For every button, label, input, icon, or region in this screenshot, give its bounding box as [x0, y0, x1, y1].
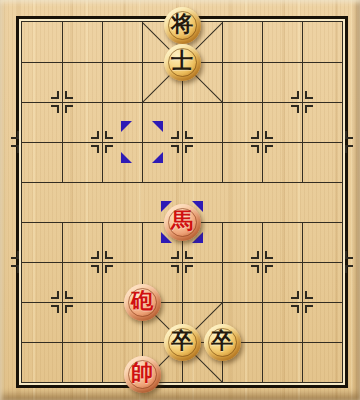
board-cell[interactable]	[62, 102, 102, 142]
board-cell[interactable]	[142, 182, 182, 222]
board-cell[interactable]	[142, 62, 182, 102]
board-cell[interactable]	[62, 142, 102, 182]
board-cell[interactable]	[222, 342, 262, 382]
board-cell[interactable]	[302, 142, 342, 182]
board-cell[interactable]	[302, 62, 342, 102]
board-cell[interactable]	[302, 102, 342, 142]
board-cell[interactable]	[262, 182, 302, 222]
board-cell[interactable]	[262, 22, 302, 62]
board-cell[interactable]	[22, 342, 62, 382]
board-cell[interactable]	[302, 342, 342, 382]
board-cell[interactable]	[22, 62, 62, 102]
board-cell[interactable]	[182, 62, 222, 102]
board-cell[interactable]	[62, 182, 102, 222]
board-cell[interactable]	[22, 302, 62, 342]
board-cell[interactable]	[102, 342, 142, 382]
board-cell[interactable]	[222, 302, 262, 342]
board-cell[interactable]	[222, 142, 262, 182]
board-cell[interactable]	[62, 262, 102, 302]
board-cell[interactable]	[182, 222, 222, 262]
board-cell[interactable]	[182, 102, 222, 142]
board-cell[interactable]	[222, 102, 262, 142]
board-cell[interactable]	[182, 262, 222, 302]
board-cell[interactable]	[22, 182, 62, 222]
board-cell[interactable]	[102, 222, 142, 262]
board-cell[interactable]	[62, 22, 102, 62]
board-cell[interactable]	[302, 302, 342, 342]
xiangqi-board: 将士馬砲卒卒帥	[0, 0, 360, 400]
board-cell[interactable]	[142, 102, 182, 142]
board-cell[interactable]	[102, 182, 142, 222]
board-cell[interactable]	[222, 62, 262, 102]
board-frame	[16, 16, 348, 388]
board-frame-highlight	[19, 19, 345, 385]
board-cell[interactable]	[302, 222, 342, 262]
board-cell[interactable]	[182, 182, 222, 222]
board-cell[interactable]	[262, 302, 302, 342]
board-cell[interactable]	[262, 262, 302, 302]
board-cell[interactable]	[302, 262, 342, 302]
board-cell[interactable]	[22, 142, 62, 182]
board-cell[interactable]	[62, 302, 102, 342]
board-cell[interactable]	[222, 222, 262, 262]
board-cell[interactable]	[62, 62, 102, 102]
board-cell[interactable]	[222, 182, 262, 222]
board-cell[interactable]	[262, 102, 302, 142]
board-cell[interactable]	[222, 22, 262, 62]
board-cell[interactable]	[182, 142, 222, 182]
board-cell[interactable]	[262, 62, 302, 102]
board-cell[interactable]	[142, 142, 182, 182]
board-cell[interactable]	[62, 342, 102, 382]
board-cell[interactable]	[182, 342, 222, 382]
board-cell[interactable]	[102, 62, 142, 102]
board-cell[interactable]	[182, 22, 222, 62]
board-cell[interactable]	[262, 142, 302, 182]
board-cell[interactable]	[262, 342, 302, 382]
board-cell[interactable]	[102, 22, 142, 62]
board-cell[interactable]	[22, 222, 62, 262]
board-cell[interactable]	[22, 22, 62, 62]
grid-lattice[interactable]	[21, 21, 343, 383]
board-cell[interactable]	[142, 302, 182, 342]
board-cell[interactable]	[22, 262, 62, 302]
board-cell[interactable]	[142, 342, 182, 382]
board-cell[interactable]	[102, 142, 142, 182]
board-cell[interactable]	[142, 222, 182, 262]
board-cell[interactable]	[302, 182, 342, 222]
board-cell[interactable]	[142, 22, 182, 62]
board-cell[interactable]	[222, 262, 262, 302]
board-cell[interactable]	[302, 22, 342, 62]
board-cell[interactable]	[102, 302, 142, 342]
board-cell[interactable]	[62, 222, 102, 262]
board-cell[interactable]	[102, 102, 142, 142]
board-cell[interactable]	[182, 302, 222, 342]
board-cell[interactable]	[102, 262, 142, 302]
board-cell[interactable]	[142, 262, 182, 302]
board-cell[interactable]	[22, 102, 62, 142]
board-cell[interactable]	[262, 222, 302, 262]
